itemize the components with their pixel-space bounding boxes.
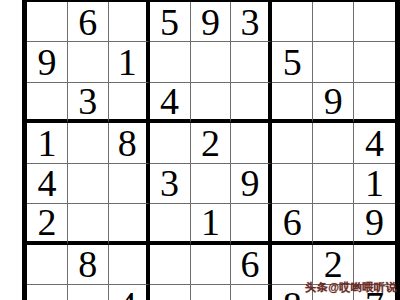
- cell-r1c5[interactable]: 9: [191, 2, 232, 42]
- cell-r6c3[interactable]: [109, 204, 150, 244]
- cell-r8c2[interactable]: [68, 285, 109, 300]
- cell-r2c9[interactable]: [354, 42, 395, 82]
- cell-r2c2[interactable]: [68, 42, 109, 82]
- cell-r6c2[interactable]: [68, 204, 109, 244]
- cell-r7c3[interactable]: [109, 245, 150, 285]
- sudoku-screenshot: 6593915349182443912169862487 头条@哎哟喂听说: [0, 0, 400, 300]
- cell-r5c6[interactable]: 9: [231, 164, 272, 204]
- cell-r6c8[interactable]: [313, 204, 354, 244]
- cell-r8c1[interactable]: [27, 285, 68, 300]
- cell-r5c2[interactable]: [68, 164, 109, 204]
- sudoku-board: 6593915349182443912169862487: [22, 0, 400, 300]
- cell-r1c8[interactable]: [313, 2, 354, 42]
- cell-r3c1[interactable]: [27, 83, 68, 123]
- cell-r4c4[interactable]: [150, 123, 191, 163]
- cell-r6c7[interactable]: 6: [272, 204, 313, 244]
- watermark-text: 头条@哎哟喂听说: [305, 280, 397, 295]
- cell-r1c3[interactable]: [109, 2, 150, 42]
- cell-r3c5[interactable]: [191, 83, 232, 123]
- cell-r6c6[interactable]: [231, 204, 272, 244]
- cell-r2c4[interactable]: [150, 42, 191, 82]
- cell-r8c4[interactable]: [150, 285, 191, 300]
- cell-r5c9[interactable]: 1: [354, 164, 395, 204]
- cell-r8c6[interactable]: [231, 285, 272, 300]
- cell-r3c2[interactable]: 3: [68, 83, 109, 123]
- cell-r6c9[interactable]: 9: [354, 204, 395, 244]
- cell-r4c3[interactable]: 8: [109, 123, 150, 163]
- cell-r2c6[interactable]: [231, 42, 272, 82]
- cell-r2c1[interactable]: 9: [27, 42, 68, 82]
- cell-r6c5[interactable]: 1: [191, 204, 232, 244]
- cell-r7c1[interactable]: [27, 245, 68, 285]
- cell-r7c4[interactable]: [150, 245, 191, 285]
- cell-r5c7[interactable]: [272, 164, 313, 204]
- cell-r8c3[interactable]: 4: [109, 285, 150, 300]
- cell-r4c5[interactable]: 2: [191, 123, 232, 163]
- cell-r6c1[interactable]: 2: [27, 204, 68, 244]
- cell-r1c2[interactable]: 6: [68, 2, 109, 42]
- cell-r8c5[interactable]: [191, 285, 232, 300]
- cell-r3c6[interactable]: [231, 83, 272, 123]
- cell-r5c4[interactable]: 3: [150, 164, 191, 204]
- cell-r4c2[interactable]: [68, 123, 109, 163]
- cell-r6c4[interactable]: [150, 204, 191, 244]
- cell-r5c5[interactable]: [191, 164, 232, 204]
- cell-r3c8[interactable]: 9: [313, 83, 354, 123]
- cell-r5c3[interactable]: [109, 164, 150, 204]
- cell-r4c7[interactable]: [272, 123, 313, 163]
- cell-r1c4[interactable]: 5: [150, 2, 191, 42]
- cell-r5c1[interactable]: 4: [27, 164, 68, 204]
- cell-r3c7[interactable]: [272, 83, 313, 123]
- cell-r7c5[interactable]: [191, 245, 232, 285]
- cell-r3c9[interactable]: [354, 83, 395, 123]
- cell-r1c6[interactable]: 3: [231, 2, 272, 42]
- cell-r1c1[interactable]: [27, 2, 68, 42]
- cell-r3c3[interactable]: [109, 83, 150, 123]
- cell-r4c6[interactable]: [231, 123, 272, 163]
- cell-r7c2[interactable]: 8: [68, 245, 109, 285]
- cell-r4c9[interactable]: 4: [354, 123, 395, 163]
- cell-r2c5[interactable]: [191, 42, 232, 82]
- cell-r2c7[interactable]: 5: [272, 42, 313, 82]
- cell-r2c3[interactable]: 1: [109, 42, 150, 82]
- cell-r4c8[interactable]: [313, 123, 354, 163]
- cell-r4c1[interactable]: 1: [27, 123, 68, 163]
- cell-r7c6[interactable]: 6: [231, 245, 272, 285]
- cell-r3c4[interactable]: 4: [150, 83, 191, 123]
- cell-r2c8[interactable]: [313, 42, 354, 82]
- cell-r1c9[interactable]: [354, 2, 395, 42]
- cell-r1c7[interactable]: [272, 2, 313, 42]
- cell-r5c8[interactable]: [313, 164, 354, 204]
